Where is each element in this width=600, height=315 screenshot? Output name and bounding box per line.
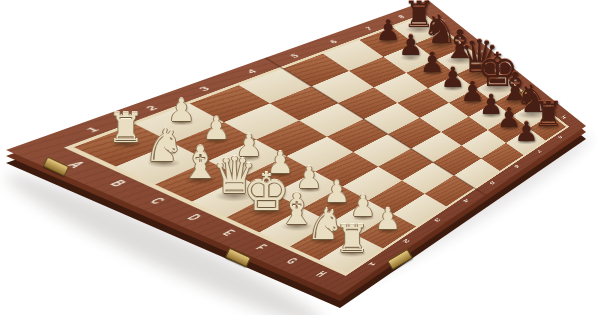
- pieces-layer: ♜♞♝♛♚♝♞♜♟♟♟♟♟♟♟♟♟♟♟♟♟♟♟♟♜♞♝♛♚♝♞♜: [0, 0, 600, 315]
- chess-set-photo: ABCDEFGH ABCDEFGH 87654321 87654321 ♜♞♝♛…: [0, 0, 600, 315]
- black-pawn-glyph: ♟: [509, 117, 544, 144]
- white-rook-glyph: ♜: [328, 220, 377, 258]
